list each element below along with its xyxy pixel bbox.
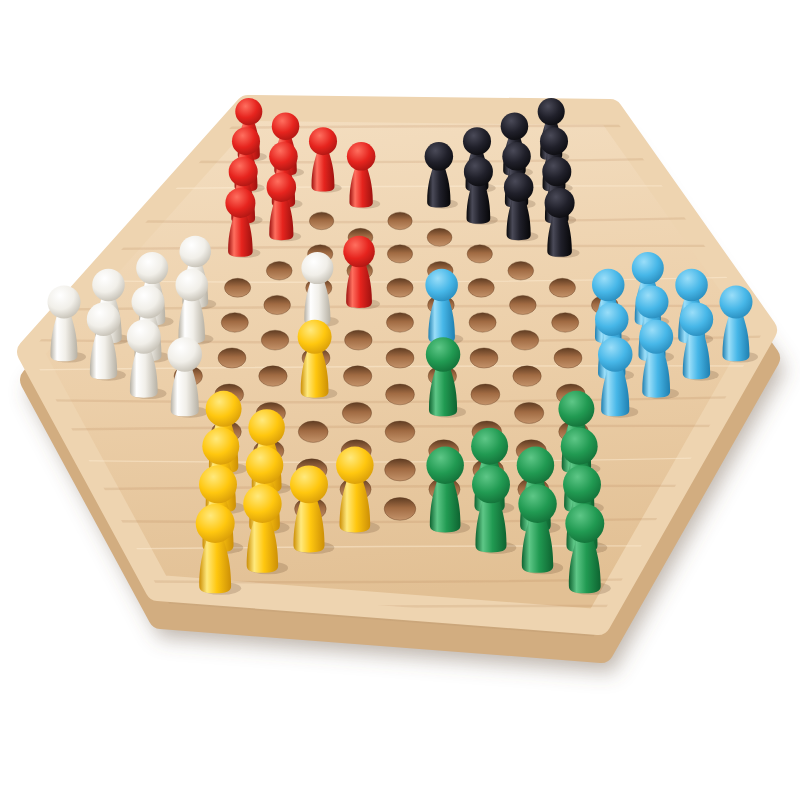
hole[interactable]	[298, 421, 328, 442]
hole[interactable]	[221, 313, 248, 333]
hole[interactable]	[386, 348, 414, 368]
hole[interactable]	[513, 366, 541, 386]
hole[interactable]	[554, 348, 582, 368]
hole[interactable]	[384, 498, 416, 521]
hole[interactable]	[259, 366, 287, 386]
hole[interactable]	[552, 313, 579, 333]
hole[interactable]	[261, 330, 289, 350]
hole[interactable]	[218, 348, 246, 368]
hole[interactable]	[470, 348, 498, 368]
hole[interactable]	[508, 261, 534, 280]
hole[interactable]	[386, 384, 415, 405]
hole[interactable]	[549, 278, 575, 297]
photo-scene	[0, 0, 800, 800]
hole[interactable]	[387, 278, 413, 297]
chinese-checkers-board	[0, 0, 800, 800]
hole[interactable]	[309, 212, 333, 230]
hole[interactable]	[427, 228, 452, 246]
hole[interactable]	[342, 402, 371, 423]
hole[interactable]	[345, 330, 373, 350]
hole[interactable]	[264, 295, 291, 314]
hole[interactable]	[514, 402, 543, 423]
hole[interactable]	[469, 313, 496, 333]
hole[interactable]	[511, 330, 539, 350]
hole[interactable]	[343, 366, 371, 386]
hole[interactable]	[385, 459, 416, 481]
hole[interactable]	[266, 261, 292, 280]
hole[interactable]	[510, 295, 537, 314]
hole[interactable]	[387, 245, 412, 263]
hole[interactable]	[385, 421, 415, 442]
hole[interactable]	[468, 278, 494, 297]
hole[interactable]	[467, 245, 492, 263]
hole[interactable]	[471, 384, 500, 405]
hole[interactable]	[225, 278, 251, 297]
hole[interactable]	[388, 212, 412, 230]
hole[interactable]	[386, 313, 413, 333]
